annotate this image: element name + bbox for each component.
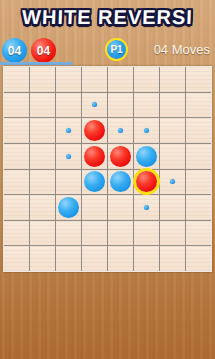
moves-counter: 04 Moves [154, 42, 210, 57]
board-cell[interactable] [56, 195, 81, 220]
board-cell[interactable] [82, 195, 107, 220]
legal-move-hint-dot[interactable] [170, 179, 175, 184]
board-cell[interactable] [4, 170, 29, 195]
legal-move-hint-dot[interactable] [92, 102, 97, 107]
board-cell[interactable] [82, 246, 107, 271]
board-cell[interactable] [82, 221, 107, 246]
timer-bar [0, 62, 73, 65]
red-piece-last-move [136, 171, 157, 192]
board-cell[interactable] [186, 144, 211, 169]
board-cell[interactable] [56, 93, 81, 118]
board-cell[interactable] [108, 93, 133, 118]
blue-piece [136, 146, 157, 167]
board-cell[interactable] [186, 221, 211, 246]
legal-move-hint-dot[interactable] [144, 205, 149, 210]
board-cell[interactable] [134, 118, 159, 143]
legal-move-hint-dot[interactable] [66, 154, 71, 159]
board-cell[interactable] [160, 246, 185, 271]
board-cell[interactable] [108, 118, 133, 143]
board-cell[interactable] [134, 144, 159, 169]
red-piece [84, 146, 105, 167]
blue-piece [84, 171, 105, 192]
board-cell[interactable] [4, 246, 29, 271]
blue-score-value: 04 [8, 44, 21, 58]
red-piece [84, 120, 105, 141]
app-screen: WHITE REVERSI 04 04 P1 04 Moves [0, 0, 215, 359]
board-cell[interactable] [30, 93, 55, 118]
board-cell[interactable] [30, 195, 55, 220]
board-cell[interactable] [108, 195, 133, 220]
red-piece [110, 146, 131, 167]
board-cell[interactable] [108, 144, 133, 169]
board-cell[interactable] [82, 170, 107, 195]
board-cell[interactable] [4, 221, 29, 246]
legal-move-hint-dot[interactable] [144, 128, 149, 133]
legal-move-hint-dot[interactable] [66, 128, 71, 133]
board-cell[interactable] [56, 221, 81, 246]
board-cell[interactable] [56, 170, 81, 195]
board-cell[interactable] [30, 170, 55, 195]
blue-piece [110, 171, 131, 192]
board-cell[interactable] [186, 118, 211, 143]
board-cell[interactable] [82, 67, 107, 92]
board [3, 66, 212, 272]
board-cell[interactable] [4, 93, 29, 118]
board-cell[interactable] [108, 170, 133, 195]
board-cell[interactable] [134, 246, 159, 271]
turn-indicator-badge: P1 [105, 38, 128, 61]
board-cell[interactable] [186, 246, 211, 271]
board-cell[interactable] [160, 170, 185, 195]
board-cell[interactable] [4, 67, 29, 92]
board-cell[interactable] [108, 67, 133, 92]
board-cell[interactable] [160, 118, 185, 143]
board-cell[interactable] [4, 195, 29, 220]
board-cell[interactable] [56, 246, 81, 271]
blue-piece [58, 197, 79, 218]
board-cell[interactable] [134, 67, 159, 92]
board-cell[interactable] [30, 118, 55, 143]
board-cell[interactable] [186, 93, 211, 118]
board-cell[interactable] [56, 118, 81, 143]
board-cell[interactable] [160, 221, 185, 246]
board-cell[interactable] [134, 93, 159, 118]
board-cell[interactable] [30, 67, 55, 92]
board-cell[interactable] [186, 195, 211, 220]
board-cell[interactable] [30, 246, 55, 271]
board-cell[interactable] [108, 246, 133, 271]
board-cell[interactable] [4, 144, 29, 169]
red-score-value: 04 [37, 44, 50, 58]
board-cell[interactable] [82, 144, 107, 169]
board-cell[interactable] [4, 118, 29, 143]
board-cell[interactable] [30, 144, 55, 169]
board-cell[interactable] [160, 144, 185, 169]
red-score-badge: 04 [31, 38, 56, 63]
game-title: WHITE REVERSI [0, 6, 215, 29]
board-cell[interactable] [186, 170, 211, 195]
board-cell[interactable] [56, 144, 81, 169]
board-cell[interactable] [82, 93, 107, 118]
legal-move-hint-dot[interactable] [118, 128, 123, 133]
blue-score-badge: 04 [2, 38, 27, 63]
board-cell[interactable] [160, 67, 185, 92]
board-cell[interactable] [160, 195, 185, 220]
board-cell[interactable] [108, 221, 133, 246]
board-cell[interactable] [134, 170, 159, 195]
board-cell[interactable] [82, 118, 107, 143]
turn-indicator-label: P1 [110, 44, 122, 55]
board-cell[interactable] [56, 67, 81, 92]
board-cell[interactable] [134, 195, 159, 220]
board-cell[interactable] [30, 221, 55, 246]
board-cell[interactable] [134, 221, 159, 246]
board-cell[interactable] [186, 67, 211, 92]
board-cell[interactable] [160, 93, 185, 118]
